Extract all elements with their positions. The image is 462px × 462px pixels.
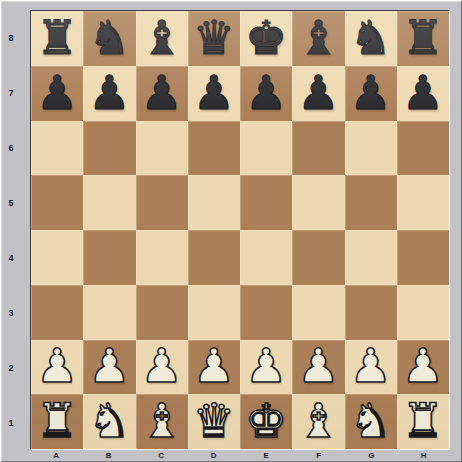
square-g4[interactable] [345,230,397,285]
piece-black-knight-g8[interactable]: ♞ [350,14,392,61]
square-e5[interactable] [240,175,292,230]
square-b6[interactable] [83,121,135,176]
square-h3[interactable] [397,285,449,340]
square-c5[interactable] [136,175,188,230]
piece-white-rook-h1[interactable]: ♜ [402,397,444,444]
piece-white-pawn-d2[interactable]: ♟ [193,342,235,389]
piece-black-bishop-c8[interactable]: ♝ [141,14,183,61]
square-d2[interactable]: ♟ [188,340,240,395]
file-label-e: E [240,450,293,461]
square-g2[interactable]: ♟ [345,340,397,395]
file-labels: ABCDEFGH [30,450,450,461]
square-h6[interactable] [397,121,449,176]
square-h1[interactable]: ♜ [397,394,449,449]
file-label-g: G [345,450,398,461]
file-label-h: H [398,450,451,461]
rank-label-5: 5 [0,175,22,230]
piece-white-pawn-e2[interactable]: ♟ [245,342,287,389]
square-f7[interactable]: ♟ [292,66,344,121]
piece-white-pawn-f2[interactable]: ♟ [297,342,339,389]
square-f3[interactable] [292,285,344,340]
rank-label-3: 3 [0,285,22,340]
file-label-a: A [30,450,83,461]
square-d5[interactable] [188,175,240,230]
piece-black-pawn-e7[interactable]: ♟ [245,69,287,116]
square-f1[interactable]: ♝ [292,394,344,449]
square-e7[interactable]: ♟ [240,66,292,121]
square-e6[interactable] [240,121,292,176]
square-e2[interactable]: ♟ [240,340,292,395]
square-a7[interactable]: ♟ [31,66,83,121]
square-b2[interactable]: ♟ [83,340,135,395]
rank-label-1: 1 [0,395,22,450]
square-e4[interactable] [240,230,292,285]
square-g3[interactable] [345,285,397,340]
square-c7[interactable]: ♟ [136,66,188,121]
file-label-b: B [83,450,136,461]
rank-label-6: 6 [0,120,22,175]
square-f6[interactable] [292,121,344,176]
square-b3[interactable] [83,285,135,340]
square-a3[interactable] [31,285,83,340]
square-f5[interactable] [292,175,344,230]
piece-white-bishop-c1[interactable]: ♝ [141,397,183,444]
piece-white-bishop-f1[interactable]: ♝ [297,397,339,444]
piece-black-pawn-a7[interactable]: ♟ [36,69,78,116]
chessboard-window: 87654321 ♜♞♝♛♚♝♞♜♟♟♟♟♟♟♟♟♟♟♟♟♟♟♟♟♜♞♝♛♚♝♞… [0,0,462,462]
square-d4[interactable] [188,230,240,285]
square-h4[interactable] [397,230,449,285]
piece-white-pawn-b2[interactable]: ♟ [88,342,130,389]
chess-board: ♜♞♝♛♚♝♞♜♟♟♟♟♟♟♟♟♟♟♟♟♟♟♟♟♜♞♝♛♚♝♞♜ [30,10,450,450]
square-d6[interactable] [188,121,240,176]
square-e3[interactable] [240,285,292,340]
square-c3[interactable] [136,285,188,340]
piece-black-pawn-d7[interactable]: ♟ [193,69,235,116]
piece-black-queen-d8[interactable]: ♛ [193,14,235,61]
file-label-d: D [188,450,241,461]
square-c2[interactable]: ♟ [136,340,188,395]
square-b1[interactable]: ♞ [83,394,135,449]
piece-black-pawn-h7[interactable]: ♟ [402,69,444,116]
square-e1[interactable]: ♚ [240,394,292,449]
piece-black-pawn-f7[interactable]: ♟ [297,69,339,116]
piece-black-rook-h8[interactable]: ♜ [402,14,444,61]
piece-white-pawn-c2[interactable]: ♟ [141,342,183,389]
square-g5[interactable] [345,175,397,230]
square-f8[interactable]: ♝ [292,11,344,66]
square-b8[interactable]: ♞ [83,11,135,66]
square-d8[interactable]: ♛ [188,11,240,66]
piece-white-pawn-a2[interactable]: ♟ [36,342,78,389]
piece-white-knight-g1[interactable]: ♞ [350,397,392,444]
square-c8[interactable]: ♝ [136,11,188,66]
piece-black-bishop-f8[interactable]: ♝ [297,14,339,61]
piece-black-knight-b8[interactable]: ♞ [88,14,130,61]
square-a2[interactable]: ♟ [31,340,83,395]
square-d7[interactable]: ♟ [188,66,240,121]
rank-label-4: 4 [0,230,22,285]
piece-black-king-e8[interactable]: ♚ [245,14,287,61]
square-d1[interactable]: ♛ [188,394,240,449]
square-c4[interactable] [136,230,188,285]
square-c1[interactable]: ♝ [136,394,188,449]
square-b4[interactable] [83,230,135,285]
square-b5[interactable] [83,175,135,230]
piece-black-pawn-c7[interactable]: ♟ [141,69,183,116]
piece-black-rook-a8[interactable]: ♜ [36,14,78,61]
rank-label-7: 7 [0,65,22,120]
square-a1[interactable]: ♜ [31,394,83,449]
square-h2[interactable]: ♟ [397,340,449,395]
piece-white-king-e1[interactable]: ♚ [245,397,287,444]
piece-black-pawn-b7[interactable]: ♟ [88,69,130,116]
rank-label-2: 2 [0,340,22,395]
square-a8[interactable]: ♜ [31,11,83,66]
square-g1[interactable]: ♞ [345,394,397,449]
square-e8[interactable]: ♚ [240,11,292,66]
piece-black-pawn-g7[interactable]: ♟ [350,69,392,116]
file-label-c: C [135,450,188,461]
square-h7[interactable]: ♟ [397,66,449,121]
square-f2[interactable]: ♟ [292,340,344,395]
file-label-f: F [293,450,346,461]
piece-white-pawn-h2[interactable]: ♟ [402,342,444,389]
piece-white-pawn-g2[interactable]: ♟ [350,342,392,389]
square-g6[interactable] [345,121,397,176]
square-c6[interactable] [136,121,188,176]
square-d3[interactable] [188,285,240,340]
rank-labels: 87654321 [0,10,22,450]
piece-white-knight-b1[interactable]: ♞ [88,397,130,444]
piece-white-queen-d1[interactable]: ♛ [193,397,235,444]
square-a6[interactable] [31,121,83,176]
square-h5[interactable] [397,175,449,230]
piece-white-rook-a1[interactable]: ♜ [36,397,78,444]
square-a5[interactable] [31,175,83,230]
square-g7[interactable]: ♟ [345,66,397,121]
square-g8[interactable]: ♞ [345,11,397,66]
square-b7[interactable]: ♟ [83,66,135,121]
rank-label-8: 8 [0,10,22,65]
square-h8[interactable]: ♜ [397,11,449,66]
square-a4[interactable] [31,230,83,285]
square-f4[interactable] [292,230,344,285]
